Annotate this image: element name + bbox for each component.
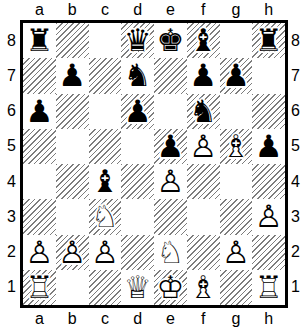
- file-label-top-c: c: [89, 2, 122, 18]
- rank-label-left-2: 2: [7, 244, 16, 260]
- piece-white-knight-icon: ♞♘: [154, 235, 187, 270]
- square-g8[interactable]: [220, 23, 253, 58]
- square-c2[interactable]: ♟♙: [89, 235, 122, 270]
- square-c3[interactable]: ♞♘: [89, 199, 122, 234]
- piece-black-pawn-icon: ♟: [252, 129, 285, 164]
- square-a2[interactable]: ♟♙: [23, 235, 56, 270]
- square-e7[interactable]: [154, 58, 187, 93]
- file-label-bottom-e: e: [154, 311, 187, 327]
- square-f6[interactable]: ♞: [187, 94, 220, 129]
- piece-white-pawn-icon: ♟♙: [89, 235, 122, 270]
- square-f2[interactable]: [187, 235, 220, 270]
- square-a8[interactable]: ♜: [23, 23, 56, 58]
- white-piece-outline: ♙: [23, 235, 56, 270]
- square-b5[interactable]: [56, 129, 89, 164]
- square-f5[interactable]: ♟♙: [187, 129, 220, 164]
- white-piece-outline: ♖: [252, 270, 285, 305]
- square-h2[interactable]: [252, 235, 285, 270]
- white-piece-outline: ♙: [252, 199, 285, 234]
- rank-label-left-7: 7: [7, 68, 16, 84]
- black-piece-body: ♞: [187, 94, 220, 129]
- chess-board: ♜♛♚♝♜♟♞♟♟♟♟♞♟♟♙♝♗♟♝♟♙♞♘♟♙♟♙♟♙♟♙♞♘♟♙♜♖♛♕♚…: [20, 20, 288, 308]
- square-b6[interactable]: [56, 94, 89, 129]
- black-piece-body: ♜: [252, 23, 285, 58]
- square-f3[interactable]: [187, 199, 220, 234]
- piece-black-pawn-icon: ♟: [187, 58, 220, 93]
- piece-white-bishop-icon: ♝♗: [220, 129, 253, 164]
- square-c4[interactable]: ♝: [89, 164, 122, 199]
- rank-label-left-6: 6: [7, 103, 16, 119]
- white-piece-outline: ♙: [220, 235, 253, 270]
- black-piece-body: ♜: [23, 23, 56, 58]
- black-piece-body: ♟: [187, 58, 220, 93]
- white-piece-outline: ♙: [56, 235, 89, 270]
- square-c7[interactable]: [89, 58, 122, 93]
- square-f7[interactable]: ♟: [187, 58, 220, 93]
- square-b1[interactable]: [56, 270, 89, 305]
- rank-label-right-6: 6: [291, 103, 300, 119]
- square-c6[interactable]: [89, 94, 122, 129]
- file-label-bottom-b: b: [56, 311, 89, 327]
- square-h3[interactable]: ♟♙: [252, 199, 285, 234]
- file-labels-bottom: abcdefgh: [23, 308, 285, 330]
- piece-white-rook-icon: ♜♖: [23, 270, 56, 305]
- piece-white-queen-icon: ♛♕: [121, 270, 154, 305]
- square-d5[interactable]: [121, 129, 154, 164]
- piece-white-rook-icon: ♜♖: [252, 270, 285, 305]
- file-label-bottom-c: c: [89, 311, 122, 327]
- rank-label-right-8: 8: [291, 33, 300, 49]
- piece-black-bishop-icon: ♝: [89, 164, 122, 199]
- rank-label-right-4: 4: [291, 174, 300, 190]
- piece-white-knight-icon: ♞♘: [89, 199, 122, 234]
- square-d1[interactable]: ♛♕: [121, 270, 154, 305]
- square-h6[interactable]: [252, 94, 285, 129]
- rank-label-left-5: 5: [7, 138, 16, 154]
- square-b2[interactable]: ♟♙: [56, 235, 89, 270]
- piece-black-bishop-icon: ♝: [187, 23, 220, 58]
- white-piece-outline: ♙: [187, 129, 220, 164]
- piece-white-king-icon: ♚♔: [154, 270, 187, 305]
- file-label-top-e: e: [154, 2, 187, 18]
- square-d6[interactable]: ♟: [121, 94, 154, 129]
- black-piece-body: ♟: [154, 129, 187, 164]
- rank-labels-left: 87654321: [0, 23, 20, 305]
- piece-black-queen-icon: ♛: [121, 23, 154, 58]
- file-label-top-a: a: [23, 2, 56, 18]
- white-piece-outline: ♘: [89, 199, 122, 234]
- piece-white-pawn-icon: ♟♙: [23, 235, 56, 270]
- square-g3[interactable]: [220, 199, 253, 234]
- square-d3[interactable]: [121, 199, 154, 234]
- square-a4[interactable]: [23, 164, 56, 199]
- white-piece-outline: ♙: [89, 235, 122, 270]
- piece-white-bishop-icon: ♝♗: [187, 270, 220, 305]
- white-piece-outline: ♔: [154, 270, 187, 305]
- piece-black-knight-icon: ♞: [187, 94, 220, 129]
- piece-white-pawn-icon: ♟♙: [252, 199, 285, 234]
- rank-labels-right: 87654321: [288, 23, 301, 305]
- square-d8[interactable]: ♛: [121, 23, 154, 58]
- piece-black-rook-icon: ♜: [23, 23, 56, 58]
- black-piece-body: ♟: [220, 58, 253, 93]
- rank-label-left-1: 1: [7, 279, 16, 295]
- rank-label-right-7: 7: [291, 68, 300, 84]
- square-g1[interactable]: [220, 270, 253, 305]
- piece-white-pawn-icon: ♟♙: [220, 235, 253, 270]
- rank-label-right-2: 2: [291, 244, 300, 260]
- piece-black-pawn-icon: ♟: [220, 58, 253, 93]
- square-g5[interactable]: ♝♗: [220, 129, 253, 164]
- square-h5[interactable]: ♟: [252, 129, 285, 164]
- file-label-bottom-h: h: [252, 311, 285, 327]
- square-h8[interactable]: ♜: [252, 23, 285, 58]
- square-b8[interactable]: [56, 23, 89, 58]
- piece-black-pawn-icon: ♟: [56, 58, 89, 93]
- square-h4[interactable]: [252, 164, 285, 199]
- piece-black-rook-icon: ♜: [252, 23, 285, 58]
- square-g6[interactable]: [220, 94, 253, 129]
- black-piece-body: ♝: [89, 164, 122, 199]
- rank-label-right-1: 1: [291, 279, 300, 295]
- black-piece-body: ♟: [121, 94, 154, 129]
- square-e3[interactable]: [154, 199, 187, 234]
- chess-diagram: abcdefgh 87654321 ♜♛♚♝♜♟♞♟♟♟♟♞♟♟♙♝♗♟♝♟♙♞…: [0, 0, 301, 330]
- square-f4[interactable]: [187, 164, 220, 199]
- square-a6[interactable]: ♟: [23, 94, 56, 129]
- square-a5[interactable]: [23, 129, 56, 164]
- square-e6[interactable]: [154, 94, 187, 129]
- file-label-top-d: d: [121, 2, 154, 18]
- black-piece-body: ♝: [187, 23, 220, 58]
- square-a3[interactable]: [23, 199, 56, 234]
- square-c1[interactable]: [89, 270, 122, 305]
- square-d4[interactable]: [121, 164, 154, 199]
- square-f8[interactable]: ♝: [187, 23, 220, 58]
- square-b4[interactable]: [56, 164, 89, 199]
- square-e1[interactable]: ♚♔: [154, 270, 187, 305]
- file-label-top-h: h: [252, 2, 285, 18]
- black-piece-body: ♚: [154, 23, 187, 58]
- square-d7[interactable]: ♞: [121, 58, 154, 93]
- file-label-top-g: g: [220, 2, 253, 18]
- file-label-top-b: b: [56, 2, 89, 18]
- square-e4[interactable]: ♟♙: [154, 164, 187, 199]
- rank-label-left-8: 8: [7, 33, 16, 49]
- file-label-bottom-f: f: [187, 311, 220, 327]
- file-label-top-f: f: [187, 2, 220, 18]
- square-f1[interactable]: ♝♗: [187, 270, 220, 305]
- white-piece-outline: ♕: [121, 270, 154, 305]
- square-c8[interactable]: [89, 23, 122, 58]
- file-label-bottom-g: g: [220, 311, 253, 327]
- square-a1[interactable]: ♜♖: [23, 270, 56, 305]
- file-label-bottom-d: d: [121, 311, 154, 327]
- square-d2[interactable]: [121, 235, 154, 270]
- piece-white-pawn-icon: ♟♙: [154, 164, 187, 199]
- square-e5[interactable]: ♟: [154, 129, 187, 164]
- file-label-bottom-a: a: [23, 311, 56, 327]
- piece-black-pawn-icon: ♟: [154, 129, 187, 164]
- file-labels-top: abcdefgh: [23, 0, 285, 20]
- rank-label-left-4: 4: [7, 174, 16, 190]
- piece-black-knight-icon: ♞: [121, 58, 154, 93]
- black-piece-body: ♟: [23, 94, 56, 129]
- square-c5[interactable]: [89, 129, 122, 164]
- black-piece-body: ♟: [252, 129, 285, 164]
- square-b7[interactable]: ♟: [56, 58, 89, 93]
- square-g2[interactable]: ♟♙: [220, 235, 253, 270]
- white-piece-outline: ♙: [154, 164, 187, 199]
- piece-white-pawn-icon: ♟♙: [56, 235, 89, 270]
- rank-label-right-3: 3: [291, 209, 300, 225]
- square-g4[interactable]: [220, 164, 253, 199]
- square-h1[interactable]: ♜♖: [252, 270, 285, 305]
- black-piece-body: ♞: [121, 58, 154, 93]
- square-h7[interactable]: [252, 58, 285, 93]
- piece-white-pawn-icon: ♟♙: [187, 129, 220, 164]
- square-e8[interactable]: ♚: [154, 23, 187, 58]
- white-piece-outline: ♘: [154, 235, 187, 270]
- square-e2[interactable]: ♞♘: [154, 235, 187, 270]
- piece-black-pawn-icon: ♟: [23, 94, 56, 129]
- piece-black-pawn-icon: ♟: [121, 94, 154, 129]
- white-piece-outline: ♗: [187, 270, 220, 305]
- black-piece-body: ♟: [56, 58, 89, 93]
- rank-label-right-5: 5: [291, 138, 300, 154]
- square-b3[interactable]: [56, 199, 89, 234]
- black-piece-body: ♛: [121, 23, 154, 58]
- white-piece-outline: ♖: [23, 270, 56, 305]
- white-piece-outline: ♗: [220, 129, 253, 164]
- piece-black-king-icon: ♚: [154, 23, 187, 58]
- square-a7[interactable]: [23, 58, 56, 93]
- rank-label-left-3: 3: [7, 209, 16, 225]
- square-g7[interactable]: ♟: [220, 58, 253, 93]
